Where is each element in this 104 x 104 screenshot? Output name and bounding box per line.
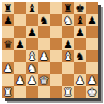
square-h4[interactable] xyxy=(86,50,98,62)
piece-white-rook[interactable]: ♜ xyxy=(63,86,72,97)
square-e4[interactable] xyxy=(50,50,62,62)
square-d3[interactable] xyxy=(38,62,50,74)
square-b3[interactable] xyxy=(14,62,26,74)
piece-white-pawn[interactable]: ♟ xyxy=(87,74,96,85)
square-a4[interactable] xyxy=(2,50,14,62)
square-e8[interactable] xyxy=(50,2,62,14)
square-g6[interactable]: ♟ xyxy=(74,26,86,38)
piece-white-bishop[interactable]: ♝ xyxy=(63,50,72,61)
piece-black-queen[interactable]: ♛ xyxy=(3,38,12,49)
piece-white-pawn[interactable]: ♟ xyxy=(39,50,48,61)
square-e5[interactable] xyxy=(50,38,62,50)
piece-white-pawn[interactable]: ♟ xyxy=(75,74,84,85)
square-c6[interactable]: ♟ xyxy=(26,26,38,38)
piece-black-pawn[interactable]: ♟ xyxy=(27,26,36,37)
piece-black-pawn[interactable]: ♟ xyxy=(75,26,84,37)
chess-board: ♜♝♜♚♟♞♞♝♟♟♟♛♟♟♝♟♝♞♟♞♟♟♛♟♟♜♜♚ xyxy=(2,2,98,98)
square-b6[interactable] xyxy=(14,26,26,38)
piece-black-pawn[interactable]: ♟ xyxy=(63,38,72,49)
square-c4[interactable]: ♝ xyxy=(26,50,38,62)
square-h1[interactable]: ♚ xyxy=(86,86,98,98)
square-e2[interactable] xyxy=(50,74,62,86)
square-b4[interactable] xyxy=(14,50,26,62)
square-g5[interactable] xyxy=(74,38,86,50)
square-f1[interactable]: ♜ xyxy=(62,86,74,98)
square-c5[interactable] xyxy=(26,38,38,50)
square-d7[interactable]: ♞ xyxy=(38,14,50,26)
square-h6[interactable] xyxy=(86,26,98,38)
piece-black-knight[interactable]: ♞ xyxy=(75,50,84,61)
piece-black-bishop[interactable]: ♝ xyxy=(75,14,84,25)
square-d2[interactable]: ♛ xyxy=(38,74,50,86)
square-b2[interactable]: ♟ xyxy=(14,74,26,86)
square-g1[interactable] xyxy=(74,86,86,98)
square-a3[interactable]: ♟ xyxy=(2,62,14,74)
square-f3[interactable] xyxy=(62,62,74,74)
piece-black-rook[interactable]: ♜ xyxy=(3,2,12,13)
piece-black-bishop[interactable]: ♝ xyxy=(27,2,36,13)
square-c1[interactable] xyxy=(26,86,38,98)
square-b8[interactable] xyxy=(14,2,26,14)
piece-black-pawn[interactable]: ♟ xyxy=(15,38,24,49)
square-d4[interactable]: ♟ xyxy=(38,50,50,62)
square-e7[interactable] xyxy=(50,14,62,26)
piece-white-pawn[interactable]: ♟ xyxy=(3,62,12,73)
square-f4[interactable]: ♝ xyxy=(62,50,74,62)
piece-white-pawn[interactable]: ♟ xyxy=(15,74,24,85)
square-h2[interactable]: ♟ xyxy=(86,74,98,86)
square-b1[interactable] xyxy=(14,86,26,98)
square-b7[interactable] xyxy=(14,14,26,26)
square-e1[interactable] xyxy=(50,86,62,98)
square-h8[interactable] xyxy=(86,2,98,14)
square-d5[interactable] xyxy=(38,38,50,50)
square-d6[interactable] xyxy=(38,26,50,38)
square-c7[interactable] xyxy=(26,14,38,26)
square-a7[interactable]: ♟ xyxy=(2,14,14,26)
square-c2[interactable]: ♟ xyxy=(26,74,38,86)
square-h3[interactable] xyxy=(86,62,98,74)
square-f2[interactable] xyxy=(62,74,74,86)
square-e3[interactable] xyxy=(50,62,62,74)
square-c8[interactable]: ♝ xyxy=(26,2,38,14)
piece-white-bishop[interactable]: ♝ xyxy=(27,50,36,61)
piece-black-king[interactable]: ♚ xyxy=(75,2,84,13)
square-f8[interactable]: ♜ xyxy=(62,2,74,14)
square-h7[interactable]: ♟ xyxy=(86,14,98,26)
square-d1[interactable] xyxy=(38,86,50,98)
square-g7[interactable]: ♝ xyxy=(74,14,86,26)
square-a6[interactable] xyxy=(2,26,14,38)
square-c3[interactable]: ♞ xyxy=(26,62,38,74)
chess-diagram-frame: ♜♝♜♚♟♞♞♝♟♟♟♛♟♟♝♟♝♞♟♞♟♟♛♟♟♜♜♚ xyxy=(0,0,104,104)
piece-white-king[interactable]: ♚ xyxy=(87,86,96,97)
square-d8[interactable] xyxy=(38,2,50,14)
square-a2[interactable] xyxy=(2,74,14,86)
piece-white-knight[interactable]: ♞ xyxy=(27,62,36,73)
piece-black-knight[interactable]: ♞ xyxy=(39,14,48,25)
square-e6[interactable] xyxy=(50,26,62,38)
square-g8[interactable]: ♚ xyxy=(74,2,86,14)
square-a1[interactable]: ♜ xyxy=(2,86,14,98)
square-g2[interactable]: ♟ xyxy=(74,74,86,86)
piece-white-rook[interactable]: ♜ xyxy=(3,86,12,97)
square-g4[interactable]: ♞ xyxy=(74,50,86,62)
square-a8[interactable]: ♜ xyxy=(2,2,14,14)
square-h5[interactable] xyxy=(86,38,98,50)
square-f5[interactable]: ♟ xyxy=(62,38,74,50)
square-a5[interactable]: ♛ xyxy=(2,38,14,50)
piece-white-queen[interactable]: ♛ xyxy=(39,74,48,85)
piece-black-pawn[interactable]: ♟ xyxy=(87,14,96,25)
square-b5[interactable]: ♟ xyxy=(14,38,26,50)
piece-white-pawn[interactable]: ♟ xyxy=(27,74,36,85)
piece-white-knight[interactable]: ♞ xyxy=(63,14,72,25)
piece-black-pawn[interactable]: ♟ xyxy=(3,14,12,25)
piece-black-rook[interactable]: ♜ xyxy=(63,2,72,13)
square-f6[interactable] xyxy=(62,26,74,38)
square-g3[interactable] xyxy=(74,62,86,74)
square-f7[interactable]: ♞ xyxy=(62,14,74,26)
